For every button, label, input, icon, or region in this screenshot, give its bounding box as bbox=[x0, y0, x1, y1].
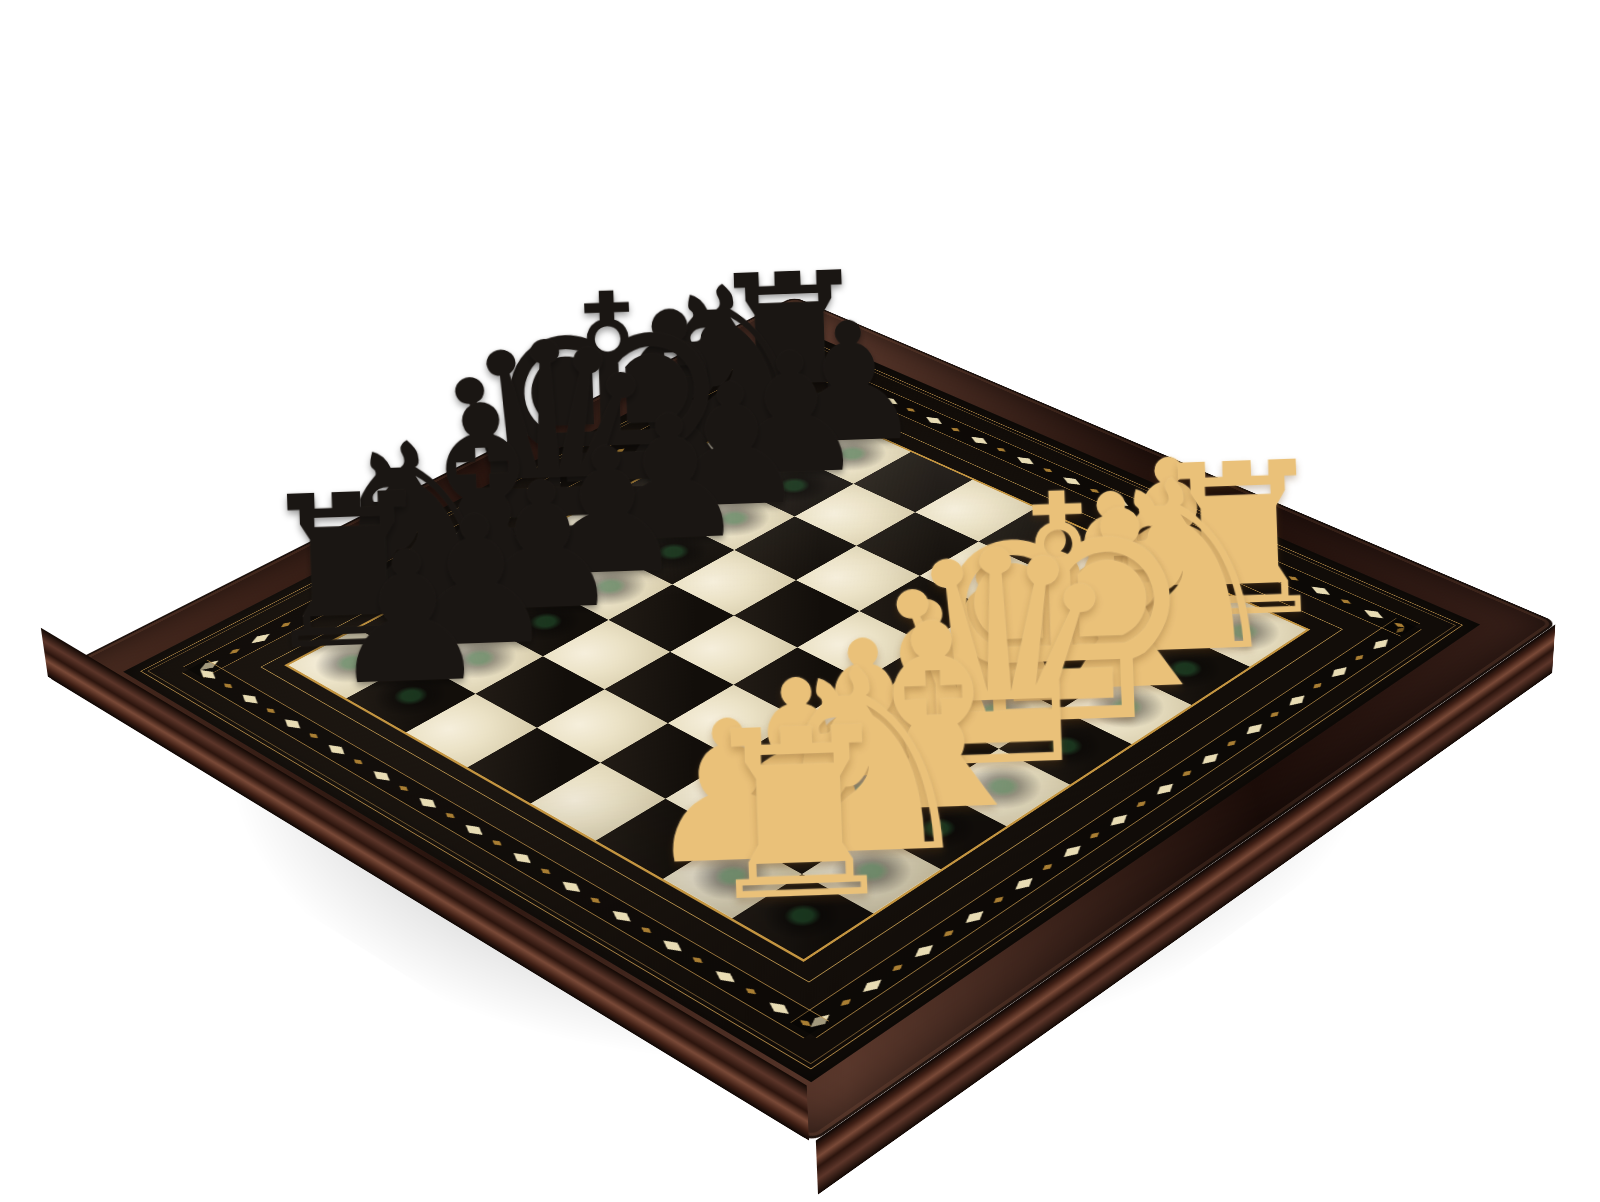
inlay-diamond-icon: ◆ bbox=[276, 714, 306, 731]
inlay-diamond-icon: ◆ bbox=[1055, 842, 1085, 860]
inlay-diamond-small-icon: ◆ bbox=[1336, 597, 1354, 606]
inlay-diamond-icon: ◆ bbox=[706, 965, 741, 986]
inlay-diamond-icon: ◆ bbox=[855, 975, 887, 995]
inlay-diamond-small-icon: ◆ bbox=[536, 866, 554, 877]
white-rook: ♜ bbox=[691, 696, 908, 936]
inlay-diamond-icon: ◆ bbox=[234, 689, 264, 706]
inlay-diamond-icon: ◆ bbox=[1149, 780, 1178, 797]
inlay-diamond-icon: ◆ bbox=[907, 940, 938, 960]
inlay-diamond-icon: ◆ bbox=[1282, 692, 1310, 708]
inlay-diamond-small-icon: ◆ bbox=[795, 1017, 815, 1029]
inlay-diamond-icon: ◆ bbox=[1194, 750, 1223, 767]
photo-stage: ◆◆◆◆◆◆◆◆◆◆◆◆◆◆◆◆◆◆◆◆◆◆◆◆◆◆ ◆◆◆◆◆◆◆◆◆◆◆◆◆… bbox=[0, 0, 1600, 1202]
inlay-diamond-icon: ◆ bbox=[1355, 605, 1387, 621]
inlay-diamond-icon: ◆ bbox=[654, 935, 688, 955]
inlay-diamond-small-icon: ◆ bbox=[939, 928, 956, 939]
inlay-diamond-icon: ◆ bbox=[192, 665, 221, 681]
inlay-diamond-small-icon: ◆ bbox=[349, 757, 366, 767]
inlay-diamond-small-icon: ◆ bbox=[488, 838, 506, 848]
inlay-diamond-small-icon: ◆ bbox=[585, 895, 603, 906]
inlay-diamond-small-icon: ◆ bbox=[1309, 681, 1324, 690]
inlay-diamond-small-icon: ◆ bbox=[262, 706, 278, 715]
inlay-diamond-icon: ◆ bbox=[958, 907, 989, 926]
inlay-diamond-small-icon: ◆ bbox=[1223, 739, 1239, 748]
inlay-diamond-small-icon: ◆ bbox=[636, 924, 655, 935]
black-pawn: ♟ bbox=[324, 525, 492, 711]
inlay-diamond-small-icon: ◆ bbox=[1133, 799, 1149, 809]
inlay-diamond-icon: ◆ bbox=[504, 847, 536, 866]
inlay-diamond-small-icon: ◆ bbox=[219, 681, 235, 690]
inlay-diamond-small-icon: ◆ bbox=[1351, 653, 1366, 662]
inlay-diamond-small-icon: ◆ bbox=[440, 810, 457, 820]
inlay-diamond-small-icon: ◆ bbox=[305, 731, 322, 740]
inlay-diamond-small-icon: ◆ bbox=[226, 647, 242, 655]
inlay-diamond-icon: ◆ bbox=[553, 876, 586, 895]
chess-board-assembly: ◆◆◆◆◆◆◆◆◆◆◆◆◆◆◆◆◆◆◆◆◆◆◆◆◆◆ ◆◆◆◆◆◆◆◆◆◆◆◆◆… bbox=[46, 297, 1558, 1143]
inlay-diamond-small-icon: ◆ bbox=[740, 985, 759, 997]
inlay-diamond-icon: ◆ bbox=[320, 740, 350, 757]
inlay-diamond-small-icon: ◆ bbox=[1038, 862, 1055, 872]
inlay-diamond-icon: ◆ bbox=[603, 905, 636, 925]
inlay-diamond-small-icon: ◆ bbox=[1178, 769, 1194, 778]
inlay-diamond-small-icon: ◆ bbox=[1389, 620, 1407, 629]
inlay-diamond-icon: ◆ bbox=[759, 996, 794, 1017]
inlay-diamond-icon: ◆ bbox=[1007, 874, 1038, 893]
inlay-diamond-small-icon: ◆ bbox=[1086, 830, 1102, 840]
inlay-diamond-small-icon: ◆ bbox=[888, 962, 905, 973]
inlay-diamond-small-icon: ◆ bbox=[836, 997, 854, 1008]
inlay-diamond-icon: ◆ bbox=[410, 792, 441, 810]
inlay-diamond-icon: ◆ bbox=[457, 820, 489, 839]
inlay-diamond-icon: ◆ bbox=[365, 766, 396, 784]
inlay-diamond-small-icon: ◆ bbox=[989, 895, 1006, 905]
inlay-diamond-small-icon: ◆ bbox=[394, 783, 411, 793]
inlay-diamond-icon: ◆ bbox=[1365, 636, 1393, 652]
inlay-diamond-small-icon: ◆ bbox=[1267, 710, 1283, 719]
inlay-diamond-small-icon: ◆ bbox=[688, 954, 707, 965]
inlay-diamond-icon: ◆ bbox=[1238, 720, 1267, 737]
inlay-diamond-icon: ◆ bbox=[1324, 663, 1352, 679]
inlay-diamond-icon: ◆ bbox=[1103, 810, 1133, 828]
